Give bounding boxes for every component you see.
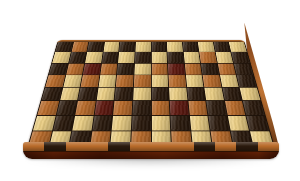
- cell-r5c8-maple: [169, 88, 187, 101]
- cell-r7c1-maple: [33, 116, 55, 131]
- cell-r3c8-padauk: [168, 63, 185, 74]
- photo-canvas: [0, 0, 300, 181]
- cell-r6c1-cherry: [37, 101, 58, 115]
- cell-r1c10-maple: [198, 42, 215, 52]
- cell-r2c2-walnut: [69, 52, 87, 62]
- cell-r4c9-maple: [186, 75, 204, 87]
- cell-r4c12-walnut: [237, 75, 257, 87]
- cell-r6c9-cherry: [188, 101, 207, 115]
- cell-r6c10-walnut: [207, 101, 227, 115]
- cell-r3c5-walnut: [117, 63, 134, 74]
- cell-r6c7-cherry: [151, 101, 169, 115]
- cell-r3c4-cherry: [100, 63, 117, 74]
- cell-r5c3-walnut: [78, 88, 97, 101]
- cell-r3c2-cherry: [66, 63, 84, 74]
- cell-r3c9-cherry: [185, 63, 202, 74]
- cell-r6c11-cherry: [225, 101, 246, 115]
- cell-r4c8-cherry: [169, 75, 186, 87]
- cell-r1c7-walnut: [151, 42, 166, 52]
- cell-r6c4-padauk: [94, 101, 113, 115]
- cell-r2c3-maple: [85, 52, 102, 62]
- cell-r2c4-walnut: [102, 52, 119, 62]
- cell-r3c10-walnut: [201, 63, 219, 74]
- cell-r5c2-maple: [60, 88, 80, 101]
- cell-r2c6-walnut: [135, 52, 151, 62]
- cell-r2c12-walnut: [232, 52, 250, 62]
- cell-r6c6-walnut: [132, 101, 150, 115]
- front-edge-segment-7: [151, 142, 172, 151]
- cell-r5c11-walnut: [222, 88, 242, 101]
- cell-r7c3-maple: [72, 116, 93, 131]
- cell-r7c5-maple: [112, 116, 132, 131]
- checkerboard-top-face: [27, 40, 275, 148]
- cell-r1c8-maple: [167, 42, 183, 52]
- cell-r1c5-walnut: [119, 42, 135, 52]
- cell-r3c3-padauk: [83, 63, 101, 74]
- front-edge-segment-5: [108, 142, 129, 151]
- cell-r4c1-cherry: [45, 75, 65, 87]
- cell-r1c6-maple: [135, 42, 150, 52]
- cell-r7c6-walnut: [132, 116, 151, 131]
- front-edge-segment-3: [66, 142, 87, 151]
- cell-r4c4-maple: [98, 75, 116, 87]
- cell-r5c12-maple: [240, 88, 260, 101]
- cell-r3c12-walnut: [234, 63, 253, 74]
- cell-r5c4-maple: [96, 88, 115, 101]
- cell-r4c2-maple: [63, 75, 82, 87]
- front-edge-segment-2: [44, 142, 65, 151]
- cell-r4c5-cherry: [116, 75, 133, 87]
- cell-r1c9-walnut: [182, 42, 198, 52]
- cell-r1c3-walnut: [87, 42, 104, 52]
- cell-r7c10-walnut: [209, 116, 230, 131]
- front-edge-segment-8: [172, 142, 193, 151]
- cell-r7c4-walnut: [92, 116, 112, 131]
- cell-r4c6-cherry: [134, 75, 151, 87]
- board-front-edge: [23, 142, 279, 159]
- front-edge-segment-1: [23, 142, 44, 151]
- cell-r7c11-maple: [228, 116, 250, 131]
- cell-r6c12-walnut: [243, 101, 264, 115]
- cell-r2c7-maple: [151, 52, 167, 62]
- front-edge-segment-9: [194, 142, 215, 151]
- front-edge-lower-strip: [23, 151, 279, 159]
- cell-r5c9-walnut: [187, 88, 206, 101]
- cell-r5c6-maple: [133, 88, 150, 101]
- front-edge-segment-4: [87, 142, 108, 151]
- cell-r1c12-maple: [229, 42, 247, 52]
- cell-r7c7-maple: [151, 116, 170, 131]
- cell-r2c1-maple: [52, 52, 70, 62]
- cell-r2c11-maple: [216, 52, 234, 62]
- cell-r5c10-maple: [205, 88, 224, 101]
- cell-r6c2-walnut: [56, 101, 77, 115]
- cell-r7c12-walnut: [247, 116, 269, 131]
- cutting-board: [22, 18, 282, 164]
- cell-r5c5-walnut: [115, 88, 133, 101]
- cell-r7c8-walnut: [170, 116, 190, 131]
- cell-r2c5-maple: [118, 52, 134, 62]
- cell-r1c4-maple: [103, 42, 119, 52]
- cell-r4c11-maple: [220, 75, 239, 87]
- front-edge-segments: [23, 142, 279, 151]
- front-edge-segment-12: [258, 142, 279, 151]
- cell-r3c7-cherry: [151, 63, 167, 74]
- cell-r4c10-cherry: [203, 75, 222, 87]
- cell-r4c3-cherry: [81, 75, 100, 87]
- cell-r5c1-walnut: [42, 88, 62, 101]
- front-edge-segment-11: [236, 142, 257, 151]
- cell-r2c10-cherry: [200, 52, 217, 62]
- cell-r2c9-maple: [183, 52, 200, 62]
- cell-r3c1-walnut: [49, 63, 68, 74]
- cell-r2c8-walnut: [167, 52, 183, 62]
- cell-r5c7-walnut: [151, 88, 168, 101]
- cell-r7c9-maple: [190, 116, 210, 131]
- cell-r7c2-walnut: [53, 116, 75, 131]
- cell-r4c7-maple: [151, 75, 168, 87]
- cell-r1c2-cherry: [71, 42, 88, 52]
- cell-r3c6-maple: [134, 63, 150, 74]
- front-edge-segment-6: [130, 142, 151, 151]
- front-edge-segment-10: [215, 142, 236, 151]
- cell-r6c8-padauk: [170, 101, 189, 115]
- cell-r6c5-cherry: [113, 101, 132, 115]
- cell-r3c11-cherry: [218, 63, 236, 74]
- cell-r1c11-walnut: [214, 42, 231, 52]
- cell-r1c1-walnut: [55, 42, 73, 52]
- cell-r6c3-cherry: [75, 101, 95, 115]
